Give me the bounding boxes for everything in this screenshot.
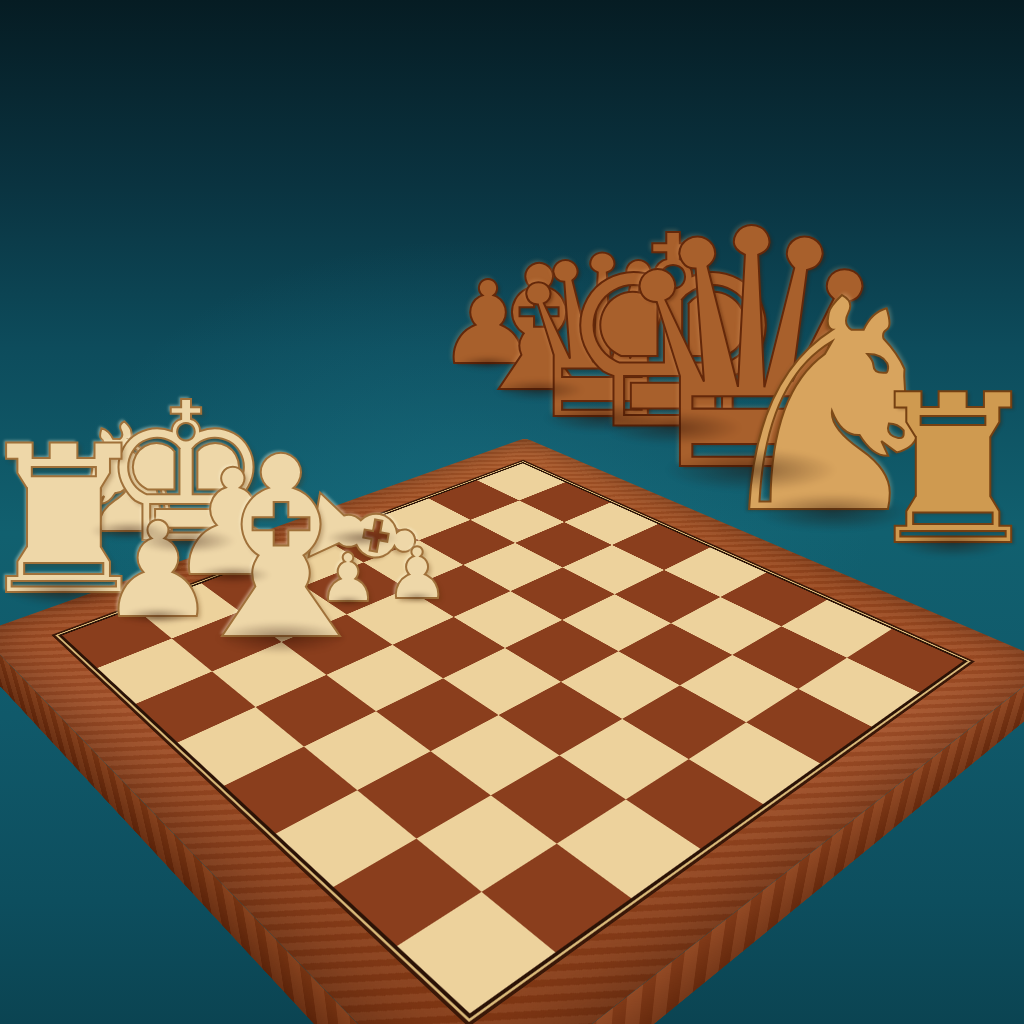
scene-background: ♟♝♛♚♛♞♞♚♜♝♟♜♟♟♟♝	[0, 0, 1024, 1024]
piece-light-pawn[interactable]: ♟	[385, 540, 449, 607]
piece-medium-rook[interactable]: ♜	[860, 373, 1024, 570]
piece-light-bishop[interactable]: ♝	[168, 430, 393, 668]
square[interactable]	[357, 751, 491, 839]
square[interactable]	[376, 678, 498, 751]
square[interactable]	[443, 648, 560, 715]
